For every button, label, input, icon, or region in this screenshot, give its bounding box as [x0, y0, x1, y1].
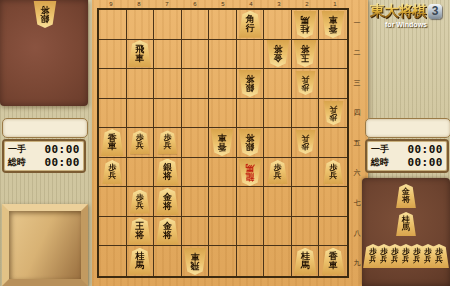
- square-4-八[interactable]: [237, 217, 265, 247]
- gote-total-label: 総時: [8, 156, 26, 169]
- square-3-一[interactable]: [264, 10, 292, 40]
- square-9-八[interactable]: [99, 217, 127, 247]
- square-1-一[interactable]: 香車: [319, 10, 347, 40]
- square-4-二[interactable]: [237, 40, 265, 70]
- square-4-三[interactable]: 銀将: [237, 69, 265, 99]
- square-3-八[interactable]: [264, 217, 292, 247]
- square-1-八[interactable]: [319, 217, 347, 247]
- square-5-七[interactable]: [209, 187, 237, 217]
- sente-move-time: 00:00: [407, 143, 443, 156]
- square-2-一[interactable]: 桂馬: [292, 10, 320, 40]
- square-2-九[interactable]: 桂馬: [292, 246, 320, 276]
- shogi-board[interactable]: 987654321 角行桂馬香車飛車金将玉将銀将歩兵歩兵香車歩兵歩兵香車銀将歩兵…: [92, 0, 368, 286]
- sente-piece-l[interactable]: 香車: [100, 129, 124, 156]
- square-4-一[interactable]: 角行: [237, 10, 265, 40]
- sente-piece-k[interactable]: 王将: [128, 218, 152, 245]
- rank-label: 一: [350, 8, 364, 38]
- logo-version-badge: 3: [428, 4, 442, 19]
- sente-total-time: 00:00: [407, 156, 443, 169]
- square-3-五[interactable]: [264, 128, 292, 158]
- square-5-四[interactable]: [209, 99, 237, 129]
- square-6-五[interactable]: [182, 128, 210, 158]
- sente-komadai[interactable]: 金将桂馬歩兵歩兵歩兵歩兵歩兵歩兵歩兵: [362, 178, 450, 286]
- square-1-六[interactable]: 歩兵: [319, 158, 347, 188]
- square-5-二[interactable]: [209, 40, 237, 70]
- file-label: 4: [237, 0, 265, 8]
- sente-piece-b[interactable]: 角行: [238, 11, 262, 38]
- square-8-四[interactable]: [127, 99, 155, 129]
- square-1-七[interactable]: [319, 187, 347, 217]
- sente-piece-l[interactable]: 香車: [321, 248, 345, 275]
- gote-piece-g[interactable]: 金将: [266, 40, 290, 67]
- square-7-五[interactable]: 歩兵: [154, 128, 182, 158]
- square-8-八[interactable]: 王将: [127, 217, 155, 247]
- gote-piece-l[interactable]: 香車: [210, 129, 234, 156]
- sente-clock: 一手 00:00 総時 00:00: [365, 139, 449, 173]
- square-2-八[interactable]: [292, 217, 320, 247]
- square-2-四[interactable]: [292, 99, 320, 129]
- square-1-四[interactable]: 歩兵: [319, 99, 347, 129]
- square-2-六[interactable]: [292, 158, 320, 188]
- file-labels: 987654321: [97, 0, 349, 8]
- square-4-六[interactable]: 龍馬: [237, 158, 265, 188]
- square-7-一[interactable]: [154, 10, 182, 40]
- logo-subtitle: for Windows: [363, 21, 449, 28]
- sente-piece-g[interactable]: 金将: [396, 184, 417, 208]
- sente-hand-row-p[interactable]: 歩兵歩兵歩兵歩兵歩兵歩兵歩兵: [368, 244, 445, 268]
- gote-piece-p[interactable]: 歩兵: [323, 101, 344, 125]
- rank-label: 三: [350, 68, 364, 98]
- gote-nameplate: [2, 118, 88, 138]
- gote-piece-k[interactable]: 玉将: [293, 40, 317, 67]
- square-1-二[interactable]: [319, 40, 347, 70]
- square-6-八[interactable]: [182, 217, 210, 247]
- square-8-六[interactable]: [127, 158, 155, 188]
- sente-total-label: 総時: [371, 156, 389, 169]
- file-label: 6: [181, 0, 209, 8]
- gote-move-time: 00:00: [44, 143, 80, 156]
- gote-piece-s[interactable]: 銀将: [33, 1, 57, 28]
- gote-piece-l[interactable]: 香車: [321, 11, 345, 38]
- square-7-二[interactable]: [154, 40, 182, 70]
- square-6-三[interactable]: [182, 69, 210, 99]
- sente-hand-row-n[interactable]: 桂馬: [401, 212, 412, 236]
- square-8-七[interactable]: 歩兵: [127, 187, 155, 217]
- square-9-五[interactable]: 香車: [99, 128, 127, 158]
- square-6-九[interactable]: 飛車: [182, 246, 210, 276]
- square-3-九[interactable]: [264, 246, 292, 276]
- piece-box: [2, 204, 88, 286]
- file-label: 5: [209, 0, 237, 8]
- gote-piece-b-promoted[interactable]: 龍馬: [238, 159, 262, 186]
- square-2-三[interactable]: 歩兵: [292, 69, 320, 99]
- rank-label: 五: [350, 128, 364, 158]
- square-5-九[interactable]: [209, 246, 237, 276]
- square-9-六[interactable]: 歩兵: [99, 158, 127, 188]
- gote-piece-p[interactable]: 歩兵: [295, 71, 316, 95]
- file-label: 8: [125, 0, 153, 8]
- square-7-八[interactable]: 金将: [154, 217, 182, 247]
- gote-piece-r[interactable]: 飛車: [183, 248, 207, 275]
- square-4-五[interactable]: 銀将: [237, 128, 265, 158]
- square-4-九[interactable]: [237, 246, 265, 276]
- sente-piece-p[interactable]: 歩兵: [157, 130, 178, 154]
- square-7-六[interactable]: 銀将: [154, 158, 182, 188]
- logo-title: 東大将棋: [370, 2, 426, 21]
- square-8-九[interactable]: 桂馬: [127, 246, 155, 276]
- square-3-六[interactable]: 歩兵: [264, 158, 292, 188]
- square-1-九[interactable]: 香車: [319, 246, 347, 276]
- sente-piece-n[interactable]: 桂馬: [293, 248, 317, 275]
- sente-hand-row-g[interactable]: 金将: [401, 184, 412, 208]
- square-3-四[interactable]: [264, 99, 292, 129]
- square-6-七[interactable]: [182, 187, 210, 217]
- square-8-三[interactable]: [127, 69, 155, 99]
- square-7-九[interactable]: [154, 246, 182, 276]
- square-9-七[interactable]: [99, 187, 127, 217]
- rank-label: 四: [350, 98, 364, 128]
- square-4-七[interactable]: [237, 187, 265, 217]
- gote-piece-n[interactable]: 桂馬: [293, 11, 317, 38]
- square-5-六[interactable]: [209, 158, 237, 188]
- square-1-五[interactable]: [319, 128, 347, 158]
- square-7-四[interactable]: [154, 99, 182, 129]
- square-9-三[interactable]: [99, 69, 127, 99]
- sente-piece-p[interactable]: 歩兵: [323, 160, 344, 184]
- square-2-七[interactable]: [292, 187, 320, 217]
- square-6-二[interactable]: [182, 40, 210, 70]
- square-5-一[interactable]: [209, 10, 237, 40]
- square-3-七[interactable]: [264, 187, 292, 217]
- square-9-九[interactable]: [99, 246, 127, 276]
- sente-move-label: 一手: [371, 143, 389, 156]
- square-3-三[interactable]: [264, 69, 292, 99]
- square-6-一[interactable]: [182, 10, 210, 40]
- square-7-七[interactable]: 金将: [154, 187, 182, 217]
- file-label: 2: [293, 0, 321, 8]
- square-1-三[interactable]: [319, 69, 347, 99]
- sente-piece-p[interactable]: 歩兵: [267, 160, 288, 184]
- square-2-五[interactable]: 歩兵: [292, 128, 320, 158]
- gote-komadai[interactable]: 銀将: [0, 0, 88, 106]
- gote-piece-s[interactable]: 銀将: [238, 129, 262, 156]
- sente-piece-s[interactable]: 銀将: [155, 159, 179, 186]
- piece-box-interior: [9, 211, 81, 279]
- sente-piece-r[interactable]: 飛車: [128, 40, 152, 67]
- board-grid[interactable]: 角行桂馬香車飛車金将玉将銀将歩兵歩兵香車歩兵歩兵香車銀将歩兵歩兵銀将龍馬歩兵歩兵…: [97, 8, 349, 278]
- sente-nameplate: [365, 118, 450, 138]
- sente-piece-p[interactable]: 歩兵: [129, 130, 150, 154]
- sente-piece-p[interactable]: 歩兵: [129, 190, 150, 214]
- gote-piece-s[interactable]: 銀将: [238, 70, 262, 97]
- square-9-一[interactable]: [99, 10, 127, 40]
- square-5-五[interactable]: 香車: [209, 128, 237, 158]
- gote-total-time: 00:00: [44, 156, 80, 169]
- app-logo: 東大将棋3 for Windows: [363, 2, 449, 28]
- square-8-二[interactable]: 飛車: [127, 40, 155, 70]
- square-2-二[interactable]: 玉将: [292, 40, 320, 70]
- square-6-四[interactable]: [182, 99, 210, 129]
- gote-piece-p[interactable]: 歩兵: [295, 130, 316, 154]
- sente-piece-g[interactable]: 金将: [155, 188, 179, 215]
- rank-label: 二: [350, 38, 364, 68]
- square-4-四[interactable]: [237, 99, 265, 129]
- square-3-二[interactable]: 金将: [264, 40, 292, 70]
- square-5-三[interactable]: [209, 69, 237, 99]
- sente-piece-n[interactable]: 桂馬: [128, 248, 152, 275]
- gote-clock: 一手 00:00 総時 00:00: [2, 139, 86, 173]
- file-label: 1: [321, 0, 349, 8]
- file-label: 9: [97, 0, 125, 8]
- file-label: 7: [153, 0, 181, 8]
- sente-piece-n[interactable]: 桂馬: [396, 212, 417, 236]
- gote-move-label: 一手: [8, 143, 26, 156]
- square-9-二[interactable]: [99, 40, 127, 70]
- sente-piece-g[interactable]: 金将: [155, 218, 179, 245]
- sente-piece-p[interactable]: 歩兵: [102, 160, 123, 184]
- square-6-六[interactable]: [182, 158, 210, 188]
- square-5-八[interactable]: [209, 217, 237, 247]
- square-8-一[interactable]: [127, 10, 155, 40]
- square-7-三[interactable]: [154, 69, 182, 99]
- file-label: 3: [265, 0, 293, 8]
- square-8-五[interactable]: 歩兵: [127, 128, 155, 158]
- square-9-四[interactable]: [99, 99, 127, 129]
